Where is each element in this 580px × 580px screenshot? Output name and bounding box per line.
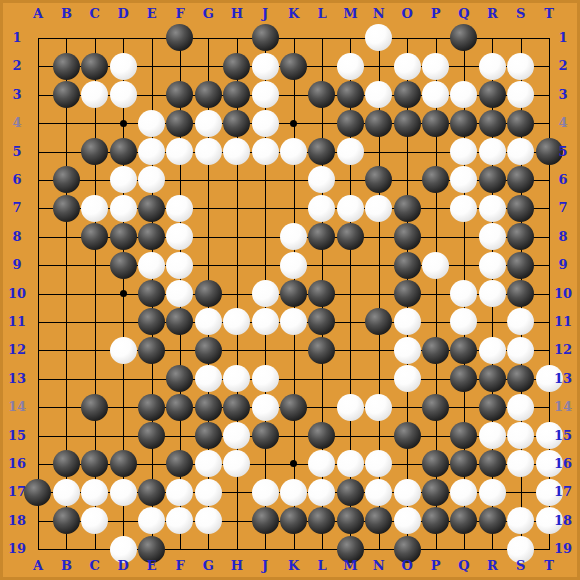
point-J15[interactable]: ● <box>251 421 279 449</box>
point-C16[interactable]: ● <box>81 450 109 478</box>
point-R12[interactable]: ○ <box>478 336 506 364</box>
point-K2[interactable]: ● <box>279 52 307 80</box>
point-N9[interactable] <box>364 251 392 279</box>
point-J14[interactable]: ○ <box>251 393 279 421</box>
point-B6[interactable]: ● <box>52 166 80 194</box>
point-D3[interactable]: ○ <box>109 81 137 109</box>
point-K17[interactable]: ○ <box>279 478 307 506</box>
point-D4[interactable] <box>109 109 137 137</box>
point-L7[interactable]: ○ <box>308 194 336 222</box>
point-O1[interactable] <box>393 24 421 52</box>
point-D15[interactable] <box>109 421 137 449</box>
point-K1[interactable] <box>279 24 307 52</box>
point-H1[interactable] <box>223 24 251 52</box>
point-C1[interactable] <box>81 24 109 52</box>
point-C7[interactable]: ○ <box>81 194 109 222</box>
point-E12[interactable]: ● <box>137 336 165 364</box>
point-K12[interactable] <box>279 336 307 364</box>
point-R6[interactable]: ● <box>478 166 506 194</box>
point-S16[interactable]: ○ <box>506 450 534 478</box>
point-G9[interactable] <box>194 251 222 279</box>
point-Q12[interactable]: ● <box>450 336 478 364</box>
point-O16[interactable] <box>393 450 421 478</box>
point-R18[interactable]: ● <box>478 506 506 534</box>
point-K13[interactable] <box>279 364 307 392</box>
point-R17[interactable]: ○ <box>478 478 506 506</box>
point-O6[interactable] <box>393 166 421 194</box>
point-F17[interactable]: ○ <box>166 478 194 506</box>
point-M11[interactable] <box>336 308 364 336</box>
point-B10[interactable] <box>52 279 80 307</box>
point-M6[interactable] <box>336 166 364 194</box>
point-K7[interactable] <box>279 194 307 222</box>
point-K5[interactable]: ○ <box>279 137 307 165</box>
point-C11[interactable] <box>81 308 109 336</box>
point-M12[interactable] <box>336 336 364 364</box>
point-D9[interactable]: ● <box>109 251 137 279</box>
point-H15[interactable]: ○ <box>223 421 251 449</box>
point-L11[interactable]: ● <box>308 308 336 336</box>
point-G13[interactable]: ○ <box>194 364 222 392</box>
point-G3[interactable]: ● <box>194 81 222 109</box>
point-J3[interactable]: ○ <box>251 81 279 109</box>
point-P8[interactable] <box>421 223 449 251</box>
point-P10[interactable] <box>421 279 449 307</box>
point-O2[interactable]: ○ <box>393 52 421 80</box>
point-P2[interactable]: ○ <box>421 52 449 80</box>
point-B13[interactable] <box>52 364 80 392</box>
point-G16[interactable]: ○ <box>194 450 222 478</box>
point-H5[interactable]: ○ <box>223 137 251 165</box>
point-N7[interactable]: ○ <box>364 194 392 222</box>
point-H10[interactable] <box>223 279 251 307</box>
point-O5[interactable] <box>393 137 421 165</box>
point-E4[interactable]: ○ <box>137 109 165 137</box>
point-R15[interactable]: ○ <box>478 421 506 449</box>
point-J6[interactable] <box>251 166 279 194</box>
point-K11[interactable]: ○ <box>279 308 307 336</box>
point-B11[interactable] <box>52 308 80 336</box>
point-K3[interactable] <box>279 81 307 109</box>
point-D17[interactable]: ○ <box>109 478 137 506</box>
point-L16[interactable]: ○ <box>308 450 336 478</box>
point-G6[interactable] <box>194 166 222 194</box>
point-K8[interactable]: ○ <box>279 223 307 251</box>
point-P1[interactable] <box>421 24 449 52</box>
point-N10[interactable] <box>364 279 392 307</box>
point-M8[interactable]: ● <box>336 223 364 251</box>
point-D5[interactable]: ● <box>109 137 137 165</box>
point-B17[interactable]: ○ <box>52 478 80 506</box>
point-C10[interactable] <box>81 279 109 307</box>
point-L4[interactable] <box>308 109 336 137</box>
point-F1[interactable]: ● <box>166 24 194 52</box>
point-Q15[interactable]: ● <box>450 421 478 449</box>
point-Q8[interactable] <box>450 223 478 251</box>
point-M18[interactable]: ● <box>336 506 364 534</box>
point-S17[interactable] <box>506 478 534 506</box>
point-R9[interactable]: ○ <box>478 251 506 279</box>
point-K16[interactable] <box>279 450 307 478</box>
point-J12[interactable] <box>251 336 279 364</box>
point-O14[interactable] <box>393 393 421 421</box>
point-L10[interactable]: ● <box>308 279 336 307</box>
point-H13[interactable]: ○ <box>223 364 251 392</box>
point-R13[interactable]: ● <box>478 364 506 392</box>
point-O12[interactable]: ○ <box>393 336 421 364</box>
point-M15[interactable] <box>336 421 364 449</box>
point-N3[interactable]: ○ <box>364 81 392 109</box>
point-F10[interactable]: ○ <box>166 279 194 307</box>
point-E6[interactable]: ○ <box>137 166 165 194</box>
point-S4[interactable]: ● <box>506 109 534 137</box>
point-G2[interactable] <box>194 52 222 80</box>
point-Q11[interactable]: ○ <box>450 308 478 336</box>
point-C2[interactable]: ● <box>81 52 109 80</box>
point-E16[interactable] <box>137 450 165 478</box>
point-O4[interactable]: ● <box>393 109 421 137</box>
point-P13[interactable] <box>421 364 449 392</box>
point-E17[interactable]: ● <box>137 478 165 506</box>
point-N1[interactable]: ○ <box>364 24 392 52</box>
point-M5[interactable]: ○ <box>336 137 364 165</box>
point-Q5[interactable]: ○ <box>450 137 478 165</box>
point-P16[interactable]: ● <box>421 450 449 478</box>
point-B8[interactable] <box>52 223 80 251</box>
point-H18[interactable] <box>223 506 251 534</box>
point-S15[interactable]: ○ <box>506 421 534 449</box>
point-Q3[interactable]: ○ <box>450 81 478 109</box>
point-R10[interactable]: ○ <box>478 279 506 307</box>
point-N5[interactable] <box>364 137 392 165</box>
point-G11[interactable]: ○ <box>194 308 222 336</box>
point-K9[interactable]: ○ <box>279 251 307 279</box>
point-H7[interactable] <box>223 194 251 222</box>
point-F14[interactable]: ● <box>166 393 194 421</box>
point-G1[interactable] <box>194 24 222 52</box>
point-P6[interactable]: ● <box>421 166 449 194</box>
point-F6[interactable] <box>166 166 194 194</box>
point-H11[interactable]: ○ <box>223 308 251 336</box>
point-N14[interactable]: ○ <box>364 393 392 421</box>
point-N6[interactable]: ● <box>364 166 392 194</box>
point-F16[interactable]: ● <box>166 450 194 478</box>
point-S12[interactable]: ○ <box>506 336 534 364</box>
point-H16[interactable]: ○ <box>223 450 251 478</box>
point-P14[interactable]: ● <box>421 393 449 421</box>
point-S3[interactable]: ○ <box>506 81 534 109</box>
point-N15[interactable] <box>364 421 392 449</box>
point-J5[interactable]: ○ <box>251 137 279 165</box>
point-L3[interactable]: ● <box>308 81 336 109</box>
point-J4[interactable]: ○ <box>251 109 279 137</box>
point-C15[interactable] <box>81 421 109 449</box>
point-N8[interactable] <box>364 223 392 251</box>
point-H3[interactable]: ● <box>223 81 251 109</box>
point-S14[interactable]: ○ <box>506 393 534 421</box>
point-D14[interactable] <box>109 393 137 421</box>
point-P17[interactable]: ● <box>421 478 449 506</box>
point-J1[interactable]: ● <box>251 24 279 52</box>
point-G7[interactable] <box>194 194 222 222</box>
point-B9[interactable] <box>52 251 80 279</box>
point-L15[interactable]: ● <box>308 421 336 449</box>
point-R1[interactable] <box>478 24 506 52</box>
point-O13[interactable]: ○ <box>393 364 421 392</box>
point-G17[interactable]: ○ <box>194 478 222 506</box>
point-L9[interactable] <box>308 251 336 279</box>
point-R2[interactable]: ○ <box>478 52 506 80</box>
point-N2[interactable] <box>364 52 392 80</box>
point-C6[interactable] <box>81 166 109 194</box>
point-G14[interactable]: ● <box>194 393 222 421</box>
point-P12[interactable]: ● <box>421 336 449 364</box>
point-H8[interactable] <box>223 223 251 251</box>
point-E18[interactable]: ○ <box>137 506 165 534</box>
point-Q9[interactable] <box>450 251 478 279</box>
point-Q16[interactable]: ● <box>450 450 478 478</box>
point-R5[interactable]: ○ <box>478 137 506 165</box>
point-B15[interactable] <box>52 421 80 449</box>
point-D16[interactable]: ● <box>109 450 137 478</box>
point-O8[interactable]: ● <box>393 223 421 251</box>
point-E3[interactable] <box>137 81 165 109</box>
point-O9[interactable]: ● <box>393 251 421 279</box>
point-O7[interactable]: ● <box>393 194 421 222</box>
point-F18[interactable]: ○ <box>166 506 194 534</box>
point-K6[interactable] <box>279 166 307 194</box>
point-L13[interactable] <box>308 364 336 392</box>
point-C14[interactable]: ● <box>81 393 109 421</box>
point-N16[interactable]: ○ <box>364 450 392 478</box>
point-H12[interactable] <box>223 336 251 364</box>
point-L8[interactable]: ● <box>308 223 336 251</box>
point-E9[interactable]: ○ <box>137 251 165 279</box>
point-E8[interactable]: ● <box>137 223 165 251</box>
point-K4[interactable] <box>279 109 307 137</box>
point-B12[interactable] <box>52 336 80 364</box>
point-M7[interactable]: ○ <box>336 194 364 222</box>
point-Q18[interactable]: ● <box>450 506 478 534</box>
point-Q7[interactable]: ○ <box>450 194 478 222</box>
point-D12[interactable]: ○ <box>109 336 137 364</box>
point-L17[interactable]: ○ <box>308 478 336 506</box>
point-J10[interactable]: ○ <box>251 279 279 307</box>
point-L14[interactable] <box>308 393 336 421</box>
point-L6[interactable]: ○ <box>308 166 336 194</box>
point-L5[interactable]: ● <box>308 137 336 165</box>
point-H17[interactable] <box>223 478 251 506</box>
point-O3[interactable]: ● <box>393 81 421 109</box>
point-H2[interactable]: ● <box>223 52 251 80</box>
point-Q13[interactable]: ● <box>450 364 478 392</box>
point-O11[interactable]: ○ <box>393 308 421 336</box>
point-N13[interactable] <box>364 364 392 392</box>
point-B18[interactable]: ● <box>52 506 80 534</box>
point-K10[interactable]: ● <box>279 279 307 307</box>
point-B1[interactable] <box>52 24 80 52</box>
point-B14[interactable] <box>52 393 80 421</box>
point-N17[interactable]: ○ <box>364 478 392 506</box>
point-K15[interactable] <box>279 421 307 449</box>
point-L12[interactable]: ● <box>308 336 336 364</box>
point-F11[interactable]: ● <box>166 308 194 336</box>
point-D18[interactable] <box>109 506 137 534</box>
point-Q2[interactable] <box>450 52 478 80</box>
point-M16[interactable]: ○ <box>336 450 364 478</box>
point-C4[interactable] <box>81 109 109 137</box>
point-B16[interactable]: ● <box>52 450 80 478</box>
point-E2[interactable] <box>137 52 165 80</box>
point-S9[interactable]: ● <box>506 251 534 279</box>
point-G8[interactable] <box>194 223 222 251</box>
point-G15[interactable]: ● <box>194 421 222 449</box>
point-S1[interactable] <box>506 24 534 52</box>
point-K14[interactable]: ● <box>279 393 307 421</box>
point-P5[interactable] <box>421 137 449 165</box>
point-B4[interactable] <box>52 109 80 137</box>
point-Q17[interactable]: ○ <box>450 478 478 506</box>
point-R16[interactable]: ● <box>478 450 506 478</box>
point-L18[interactable]: ● <box>308 506 336 534</box>
point-H4[interactable]: ● <box>223 109 251 137</box>
point-D1[interactable] <box>109 24 137 52</box>
point-C3[interactable]: ○ <box>81 81 109 109</box>
point-F3[interactable]: ● <box>166 81 194 109</box>
point-F4[interactable]: ● <box>166 109 194 137</box>
point-F15[interactable] <box>166 421 194 449</box>
point-M2[interactable]: ○ <box>336 52 364 80</box>
point-H9[interactable] <box>223 251 251 279</box>
point-J9[interactable] <box>251 251 279 279</box>
point-B5[interactable] <box>52 137 80 165</box>
point-J7[interactable] <box>251 194 279 222</box>
point-C8[interactable]: ● <box>81 223 109 251</box>
point-O10[interactable]: ● <box>393 279 421 307</box>
point-E13[interactable] <box>137 364 165 392</box>
point-D2[interactable]: ○ <box>109 52 137 80</box>
point-N12[interactable] <box>364 336 392 364</box>
point-M17[interactable]: ● <box>336 478 364 506</box>
point-S2[interactable]: ○ <box>506 52 534 80</box>
point-K18[interactable]: ● <box>279 506 307 534</box>
point-D7[interactable]: ○ <box>109 194 137 222</box>
point-S8[interactable]: ● <box>506 223 534 251</box>
point-R14[interactable]: ● <box>478 393 506 421</box>
point-S11[interactable]: ○ <box>506 308 534 336</box>
point-S5[interactable]: ○ <box>506 137 534 165</box>
point-R11[interactable] <box>478 308 506 336</box>
point-P7[interactable] <box>421 194 449 222</box>
point-D13[interactable] <box>109 364 137 392</box>
point-M14[interactable]: ○ <box>336 393 364 421</box>
point-G4[interactable]: ○ <box>194 109 222 137</box>
point-Q4[interactable]: ● <box>450 109 478 137</box>
point-D6[interactable]: ○ <box>109 166 137 194</box>
point-F13[interactable]: ● <box>166 364 194 392</box>
point-G10[interactable]: ● <box>194 279 222 307</box>
point-L2[interactable] <box>308 52 336 80</box>
point-R3[interactable]: ● <box>478 81 506 109</box>
point-D10[interactable] <box>109 279 137 307</box>
point-J13[interactable]: ○ <box>251 364 279 392</box>
point-F8[interactable]: ○ <box>166 223 194 251</box>
point-J18[interactable]: ● <box>251 506 279 534</box>
point-Q14[interactable] <box>450 393 478 421</box>
point-F5[interactable]: ○ <box>166 137 194 165</box>
point-S7[interactable]: ● <box>506 194 534 222</box>
point-C13[interactable] <box>81 364 109 392</box>
point-F9[interactable]: ○ <box>166 251 194 279</box>
point-B3[interactable]: ● <box>52 81 80 109</box>
point-R8[interactable]: ○ <box>478 223 506 251</box>
point-P18[interactable]: ● <box>421 506 449 534</box>
point-R4[interactable]: ● <box>478 109 506 137</box>
point-E11[interactable]: ● <box>137 308 165 336</box>
point-E15[interactable]: ● <box>137 421 165 449</box>
point-M9[interactable] <box>336 251 364 279</box>
point-D8[interactable]: ● <box>109 223 137 251</box>
point-H14[interactable]: ● <box>223 393 251 421</box>
point-J17[interactable]: ○ <box>251 478 279 506</box>
point-E5[interactable]: ○ <box>137 137 165 165</box>
point-N18[interactable]: ● <box>364 506 392 534</box>
point-L1[interactable] <box>308 24 336 52</box>
point-S13[interactable]: ● <box>506 364 534 392</box>
point-R7[interactable]: ○ <box>478 194 506 222</box>
point-B7[interactable]: ● <box>52 194 80 222</box>
point-C17[interactable]: ○ <box>81 478 109 506</box>
point-E14[interactable]: ● <box>137 393 165 421</box>
point-C18[interactable]: ○ <box>81 506 109 534</box>
point-J16[interactable] <box>251 450 279 478</box>
point-F12[interactable] <box>166 336 194 364</box>
point-S6[interactable]: ● <box>506 166 534 194</box>
point-F7[interactable]: ○ <box>166 194 194 222</box>
point-O15[interactable]: ● <box>393 421 421 449</box>
point-M13[interactable] <box>336 364 364 392</box>
point-G18[interactable]: ○ <box>194 506 222 534</box>
point-G12[interactable]: ● <box>194 336 222 364</box>
point-P3[interactable]: ○ <box>421 81 449 109</box>
point-O17[interactable]: ○ <box>393 478 421 506</box>
point-J8[interactable] <box>251 223 279 251</box>
point-J2[interactable]: ○ <box>251 52 279 80</box>
point-C9[interactable] <box>81 251 109 279</box>
point-J11[interactable]: ○ <box>251 308 279 336</box>
point-Q10[interactable]: ○ <box>450 279 478 307</box>
point-M10[interactable] <box>336 279 364 307</box>
point-E7[interactable]: ● <box>137 194 165 222</box>
point-P15[interactable] <box>421 421 449 449</box>
point-H6[interactable] <box>223 166 251 194</box>
point-C5[interactable]: ● <box>81 137 109 165</box>
point-G5[interactable]: ○ <box>194 137 222 165</box>
point-N4[interactable]: ● <box>364 109 392 137</box>
point-E10[interactable]: ● <box>137 279 165 307</box>
point-M3[interactable]: ● <box>336 81 364 109</box>
point-M4[interactable]: ● <box>336 109 364 137</box>
point-B2[interactable]: ● <box>52 52 80 80</box>
point-P11[interactable] <box>421 308 449 336</box>
point-M1[interactable] <box>336 24 364 52</box>
point-S10[interactable]: ● <box>506 279 534 307</box>
point-Q6[interactable]: ○ <box>450 166 478 194</box>
point-E1[interactable] <box>137 24 165 52</box>
point-S18[interactable]: ○ <box>506 506 534 534</box>
point-D11[interactable] <box>109 308 137 336</box>
point-C12[interactable] <box>81 336 109 364</box>
